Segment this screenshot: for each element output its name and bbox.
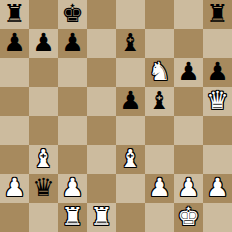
square-a1[interactable] (0, 203, 29, 232)
square-a5[interactable] (0, 87, 29, 116)
square-d3[interactable] (87, 145, 116, 174)
black-pawn-g6[interactable]: ♟ (177, 57, 199, 86)
square-c1[interactable]: ♜ (58, 203, 87, 232)
square-g1[interactable]: ♚ (174, 203, 203, 232)
square-b5[interactable] (29, 87, 58, 116)
white-bishop-b3[interactable]: ♝ (32, 144, 54, 173)
square-c5[interactable] (58, 87, 87, 116)
square-d7[interactable] (87, 29, 116, 58)
white-pawn-a2[interactable]: ♟ (3, 173, 25, 202)
square-b8[interactable] (29, 0, 58, 29)
square-d1[interactable]: ♜ (87, 203, 116, 232)
white-pawn-h2[interactable]: ♟ (206, 173, 228, 202)
black-pawn-c7[interactable]: ♟ (61, 28, 83, 57)
white-king-g1[interactable]: ♚ (177, 202, 199, 231)
square-e1[interactable] (116, 203, 145, 232)
square-d6[interactable] (87, 58, 116, 87)
square-f7[interactable] (145, 29, 174, 58)
square-c8[interactable]: ♚ (58, 0, 87, 29)
square-e5[interactable]: ♟ (116, 87, 145, 116)
square-h6[interactable]: ♟ (203, 58, 232, 87)
square-b2[interactable]: ♛ (29, 174, 58, 203)
square-g8[interactable] (174, 0, 203, 29)
square-g3[interactable] (174, 145, 203, 174)
white-rook-d1[interactable]: ♜ (90, 202, 112, 231)
black-pawn-b7[interactable]: ♟ (32, 28, 54, 57)
black-pawn-a7[interactable]: ♟ (3, 28, 25, 57)
square-f6[interactable]: ♞ (145, 58, 174, 87)
square-b7[interactable]: ♟ (29, 29, 58, 58)
square-f4[interactable] (145, 116, 174, 145)
square-h2[interactable]: ♟ (203, 174, 232, 203)
square-e7[interactable]: ♝ (116, 29, 145, 58)
square-d8[interactable] (87, 0, 116, 29)
white-queen-h5[interactable]: ♛ (206, 86, 228, 115)
black-bishop-f5[interactable]: ♝ (148, 86, 170, 115)
square-b3[interactable]: ♝ (29, 145, 58, 174)
square-c3[interactable] (58, 145, 87, 174)
square-f3[interactable] (145, 145, 174, 174)
square-f1[interactable] (145, 203, 174, 232)
square-h5[interactable]: ♛ (203, 87, 232, 116)
square-h1[interactable] (203, 203, 232, 232)
square-b1[interactable] (29, 203, 58, 232)
chess-board: ♜♚♜♟♟♟♝♞♟♟♟♝♛♝♝♟♛♟♟♟♟♜♜♚ (0, 0, 232, 232)
square-c6[interactable] (58, 58, 87, 87)
black-rook-a8[interactable]: ♜ (3, 0, 25, 28)
square-h8[interactable]: ♜ (203, 0, 232, 29)
square-d2[interactable] (87, 174, 116, 203)
square-c2[interactable]: ♟ (58, 174, 87, 203)
black-king-c8[interactable]: ♚ (61, 0, 83, 28)
black-rook-h8[interactable]: ♜ (206, 0, 228, 28)
square-e6[interactable] (116, 58, 145, 87)
square-a2[interactable]: ♟ (0, 174, 29, 203)
square-a3[interactable] (0, 145, 29, 174)
black-queen-b2[interactable]: ♛ (32, 173, 54, 202)
square-h4[interactable] (203, 116, 232, 145)
square-g4[interactable] (174, 116, 203, 145)
square-f2[interactable]: ♟ (145, 174, 174, 203)
square-c4[interactable] (58, 116, 87, 145)
square-a6[interactable] (0, 58, 29, 87)
white-rook-c1[interactable]: ♜ (61, 202, 83, 231)
square-f8[interactable] (145, 0, 174, 29)
white-pawn-c2[interactable]: ♟ (61, 173, 83, 202)
square-g2[interactable]: ♟ (174, 174, 203, 203)
square-a7[interactable]: ♟ (0, 29, 29, 58)
black-pawn-e5[interactable]: ♟ (119, 86, 141, 115)
white-bishop-e3[interactable]: ♝ (119, 144, 141, 173)
square-g5[interactable] (174, 87, 203, 116)
square-g6[interactable]: ♟ (174, 58, 203, 87)
square-h3[interactable] (203, 145, 232, 174)
square-e4[interactable] (116, 116, 145, 145)
white-pawn-f2[interactable]: ♟ (148, 173, 170, 202)
square-h7[interactable] (203, 29, 232, 58)
square-a4[interactable] (0, 116, 29, 145)
square-g7[interactable] (174, 29, 203, 58)
square-e2[interactable] (116, 174, 145, 203)
square-b6[interactable] (29, 58, 58, 87)
square-d5[interactable] (87, 87, 116, 116)
white-pawn-g2[interactable]: ♟ (177, 173, 199, 202)
square-f5[interactable]: ♝ (145, 87, 174, 116)
square-e3[interactable]: ♝ (116, 145, 145, 174)
square-b4[interactable] (29, 116, 58, 145)
square-d4[interactable] (87, 116, 116, 145)
black-bishop-e7[interactable]: ♝ (119, 28, 141, 57)
square-e8[interactable] (116, 0, 145, 29)
black-pawn-h6[interactable]: ♟ (206, 57, 228, 86)
square-c7[interactable]: ♟ (58, 29, 87, 58)
square-a8[interactable]: ♜ (0, 0, 29, 29)
white-knight-f6[interactable]: ♞ (148, 57, 170, 86)
